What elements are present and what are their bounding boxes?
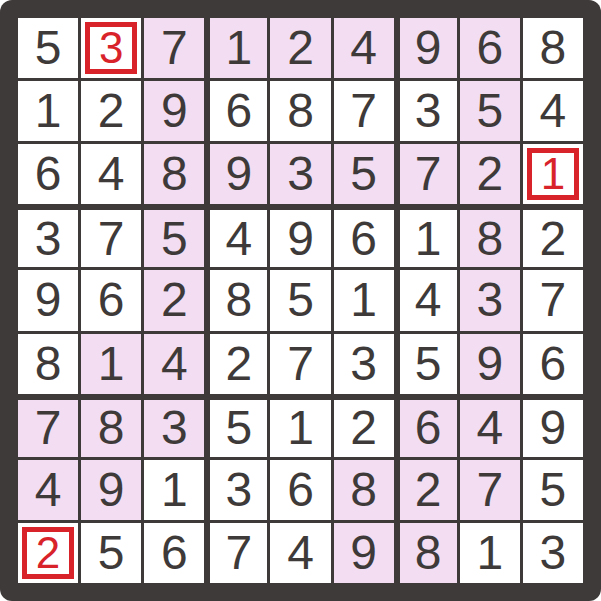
sudoku-cell[interactable]: 6 (523, 334, 583, 394)
sudoku-cell[interactable]: 2 (460, 144, 520, 204)
sudoku-cell[interactable]: 5 (460, 81, 520, 141)
sudoku-cell[interactable]: 4 (81, 144, 141, 204)
sudoku-cell[interactable]: 5 (18, 18, 78, 78)
sudoku-cell[interactable]: 9 (460, 334, 520, 394)
sudoku-cell[interactable]: 9 (144, 81, 204, 141)
sudoku-cell[interactable]: 3 (81, 18, 141, 78)
sudoku-cell[interactable]: 9 (523, 397, 583, 457)
sudoku-cell[interactable]: 9 (334, 523, 394, 583)
sudoku-cell[interactable]: 6 (270, 460, 330, 520)
sudoku-cell[interactable]: 5 (397, 334, 457, 394)
sudoku-cell[interactable]: 3 (18, 207, 78, 267)
sudoku-cell[interactable]: 8 (460, 207, 520, 267)
sudoku-cell[interactable]: 8 (207, 270, 267, 330)
sudoku-cell[interactable]: 1 (18, 81, 78, 141)
sudoku-cell[interactable]: 4 (397, 270, 457, 330)
sudoku-cell[interactable]: 3 (334, 334, 394, 394)
sudoku-cell[interactable]: 6 (207, 81, 267, 141)
sudoku-cell[interactable]: 1 (144, 460, 204, 520)
sudoku-cell[interactable]: 1 (397, 207, 457, 267)
sudoku-cell[interactable]: 6 (334, 207, 394, 267)
sudoku-cell[interactable]: 4 (144, 334, 204, 394)
sudoku-cell[interactable]: 2 (144, 270, 204, 330)
sudoku-cell[interactable]: 7 (207, 523, 267, 583)
board-frame: 5371249681296873546489357213754961829628… (0, 0, 601, 601)
sudoku-cell[interactable]: 7 (523, 270, 583, 330)
sudoku-cell[interactable]: 4 (460, 397, 520, 457)
sudoku-cell[interactable]: 8 (397, 523, 457, 583)
sudoku-cell[interactable]: 4 (18, 460, 78, 520)
sudoku-board: 5371249681296873546489357213754961829628… (18, 18, 583, 583)
sudoku-cell[interactable]: 1 (270, 397, 330, 457)
sudoku-cell[interactable]: 7 (270, 334, 330, 394)
sudoku-cell[interactable]: 2 (270, 18, 330, 78)
sudoku-cell[interactable]: 6 (144, 523, 204, 583)
sudoku-cell[interactable]: 9 (18, 270, 78, 330)
sudoku-cell[interactable]: 2 (334, 397, 394, 457)
sudoku-cell[interactable]: 9 (397, 18, 457, 78)
sudoku-cell[interactable]: 7 (397, 144, 457, 204)
sudoku-cell[interactable]: 8 (334, 460, 394, 520)
sudoku-cell[interactable]: 4 (270, 523, 330, 583)
sudoku-cell[interactable]: 5 (334, 144, 394, 204)
sudoku-cell[interactable]: 2 (18, 523, 78, 583)
sudoku-cell[interactable]: 5 (270, 270, 330, 330)
sudoku-cell[interactable]: 2 (523, 207, 583, 267)
sudoku-cell[interactable]: 7 (334, 81, 394, 141)
sudoku-cell[interactable]: 4 (523, 81, 583, 141)
sudoku-cell[interactable]: 7 (18, 397, 78, 457)
sudoku-cell[interactable]: 1 (334, 270, 394, 330)
sudoku-cell[interactable]: 3 (207, 460, 267, 520)
sudoku-cell[interactable]: 6 (18, 144, 78, 204)
sudoku-cell[interactable]: 6 (397, 397, 457, 457)
sudoku-cell[interactable]: 1 (523, 144, 583, 204)
sudoku-cell[interactable]: 8 (18, 334, 78, 394)
sudoku-cell[interactable]: 2 (81, 81, 141, 141)
sudoku-cell[interactable]: 3 (270, 144, 330, 204)
sudoku-cell[interactable]: 5 (523, 460, 583, 520)
sudoku-cell[interactable]: 3 (397, 81, 457, 141)
sudoku-cell[interactable]: 3 (523, 523, 583, 583)
sudoku-cell[interactable]: 9 (81, 460, 141, 520)
sudoku-cell[interactable]: 1 (207, 18, 267, 78)
sudoku-cell[interactable]: 4 (207, 207, 267, 267)
sudoku-cell[interactable]: 6 (460, 18, 520, 78)
sudoku-cell[interactable]: 8 (144, 144, 204, 204)
sudoku-cell[interactable]: 6 (81, 270, 141, 330)
sudoku-cell[interactable]: 8 (81, 397, 141, 457)
sudoku-cell[interactable]: 7 (460, 460, 520, 520)
sudoku-cell[interactable]: 9 (207, 144, 267, 204)
sudoku-cell[interactable]: 7 (144, 18, 204, 78)
sudoku-cell[interactable]: 8 (270, 81, 330, 141)
sudoku-cell[interactable]: 5 (81, 523, 141, 583)
sudoku-cell[interactable]: 1 (460, 523, 520, 583)
sudoku-cell[interactable]: 4 (334, 18, 394, 78)
sudoku-cell[interactable]: 2 (397, 460, 457, 520)
sudoku-cell[interactable]: 5 (207, 397, 267, 457)
sudoku-cell[interactable]: 3 (144, 397, 204, 457)
sudoku-cell[interactable]: 7 (81, 207, 141, 267)
sudoku-cell[interactable]: 5 (144, 207, 204, 267)
sudoku-cell[interactable]: 8 (523, 18, 583, 78)
sudoku-cell[interactable]: 2 (207, 334, 267, 394)
sudoku-cell[interactable]: 9 (270, 207, 330, 267)
sudoku-cell[interactable]: 3 (460, 270, 520, 330)
sudoku-cell[interactable]: 1 (81, 334, 141, 394)
